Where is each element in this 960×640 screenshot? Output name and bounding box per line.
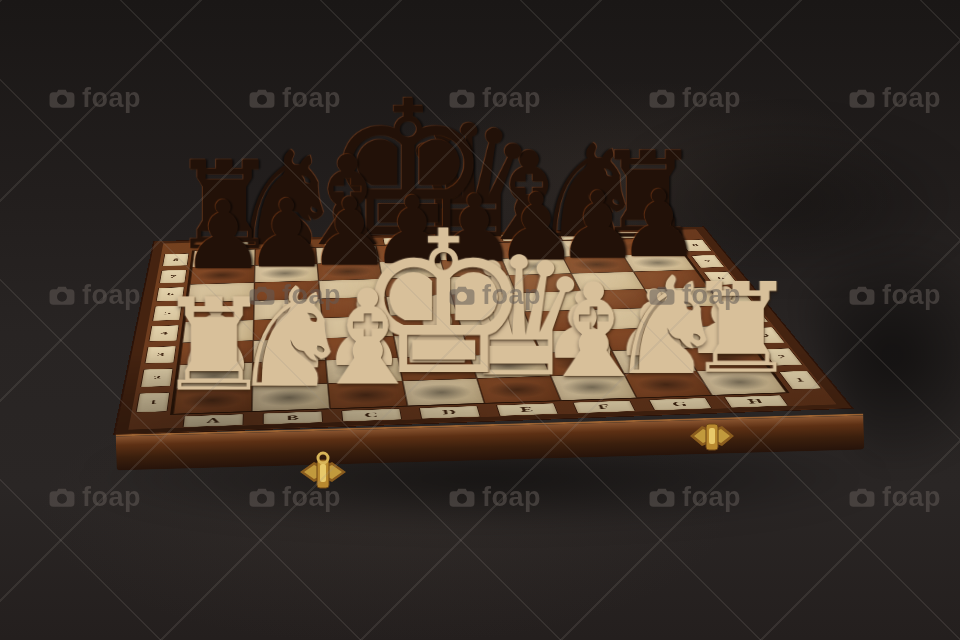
chess-board-wrap: AABBCCDDEEFFGGHH1122334455667788♜♞♝♚♛♝♞♜…: [112, 130, 868, 440]
foap-watermark: foap: [849, 83, 941, 114]
brass-clasp-center: [294, 450, 352, 500]
brass-clasp-right: [686, 416, 738, 460]
chess-board: AABBCCDDEEFFGGHH1122334455667788♜♞♝♚♛♝♞♜…: [115, 227, 851, 435]
piece-white-rook-a1: ♜: [68, 285, 359, 407]
camera-icon: [249, 88, 275, 108]
watermark-text: foap: [82, 83, 141, 114]
watermark-text: foap: [882, 83, 941, 114]
camera-icon: [849, 88, 875, 108]
camera-icon: [49, 487, 75, 507]
watermark-text: foap: [682, 83, 741, 114]
foap-watermark: foap: [649, 83, 741, 114]
camera-icon: [49, 88, 75, 108]
foap-watermark: foap: [49, 83, 141, 114]
camera-icon: [649, 88, 675, 108]
photo-background: AABBCCDDEEFFGGHH1122334455667788♜♞♝♚♛♝♞♜…: [0, 0, 960, 640]
